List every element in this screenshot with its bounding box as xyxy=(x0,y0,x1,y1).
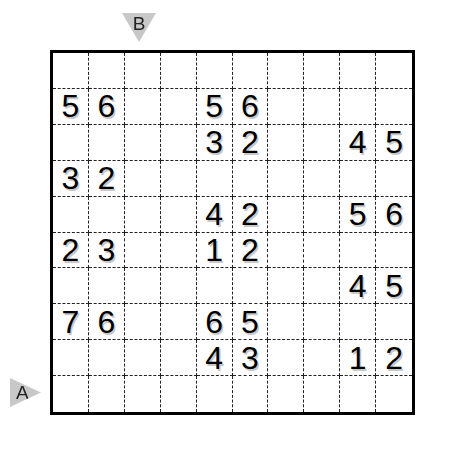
cell-clue: 6 xyxy=(197,304,233,340)
cell-empty[interactable] xyxy=(304,376,340,412)
cell-empty[interactable] xyxy=(161,268,197,304)
cell-empty[interactable] xyxy=(340,304,376,340)
cell-empty[interactable] xyxy=(233,53,269,89)
cell-empty[interactable] xyxy=(268,233,304,269)
cell-empty[interactable] xyxy=(197,161,233,197)
cell-empty[interactable] xyxy=(376,304,412,340)
cell-empty[interactable] xyxy=(125,340,161,376)
cell-empty[interactable] xyxy=(89,340,125,376)
cell-clue: 3 xyxy=(53,161,89,197)
cell-empty[interactable] xyxy=(268,197,304,233)
cell-empty[interactable] xyxy=(304,125,340,161)
cell-clue: 4 xyxy=(340,268,376,304)
cell-empty[interactable] xyxy=(376,376,412,412)
cell-empty[interactable] xyxy=(268,125,304,161)
cell-empty[interactable] xyxy=(376,53,412,89)
cell-clue: 2 xyxy=(89,161,125,197)
cell-empty[interactable] xyxy=(161,340,197,376)
cell-empty[interactable] xyxy=(233,268,269,304)
cell-clue: 4 xyxy=(197,340,233,376)
cell-clue: 2 xyxy=(233,197,269,233)
cell-empty[interactable] xyxy=(304,268,340,304)
cell-clue: 2 xyxy=(233,125,269,161)
cell-clue: 2 xyxy=(233,233,269,269)
marker-b-label: B xyxy=(133,14,146,33)
cell-clue: 3 xyxy=(89,233,125,269)
cell-clue: 3 xyxy=(197,125,233,161)
cell-empty[interactable] xyxy=(161,125,197,161)
cell-empty[interactable] xyxy=(53,125,89,161)
cell-clue: 5 xyxy=(233,304,269,340)
cell-empty[interactable] xyxy=(268,340,304,376)
cell-empty[interactable] xyxy=(125,161,161,197)
cell-empty[interactable] xyxy=(340,53,376,89)
marker-a-label: A xyxy=(16,383,29,402)
cell-empty[interactable] xyxy=(89,125,125,161)
cell-empty[interactable] xyxy=(233,376,269,412)
cell-empty[interactable] xyxy=(89,376,125,412)
cell-empty[interactable] xyxy=(304,89,340,125)
cell-empty[interactable] xyxy=(376,89,412,125)
cell-empty[interactable] xyxy=(125,233,161,269)
cell-clue: 6 xyxy=(233,89,269,125)
cell-empty[interactable] xyxy=(161,161,197,197)
cell-empty[interactable] xyxy=(89,53,125,89)
cell-empty[interactable] xyxy=(125,125,161,161)
cell-empty[interactable] xyxy=(125,376,161,412)
cell-clue: 6 xyxy=(89,89,125,125)
cell-clue: 6 xyxy=(376,197,412,233)
cell-empty[interactable] xyxy=(304,340,340,376)
cell-empty[interactable] xyxy=(304,161,340,197)
cell-empty[interactable] xyxy=(376,161,412,197)
cell-empty[interactable] xyxy=(125,304,161,340)
cell-empty[interactable] xyxy=(340,376,376,412)
cell-empty[interactable] xyxy=(53,340,89,376)
cell-empty[interactable] xyxy=(161,197,197,233)
puzzle-board: 5656324532425623124576654312 xyxy=(50,50,415,415)
cell-clue: 5 xyxy=(53,89,89,125)
cell-empty[interactable] xyxy=(268,268,304,304)
cell-clue: 6 xyxy=(89,304,125,340)
cell-empty[interactable] xyxy=(125,197,161,233)
cell-clue: 5 xyxy=(197,89,233,125)
cell-empty[interactable] xyxy=(125,89,161,125)
marker-a-triangle-icon: A xyxy=(10,378,41,407)
cell-empty[interactable] xyxy=(268,304,304,340)
cell-clue: 3 xyxy=(233,340,269,376)
cell-empty[interactable] xyxy=(53,53,89,89)
cell-empty[interactable] xyxy=(53,197,89,233)
cell-empty[interactable] xyxy=(161,233,197,269)
cell-clue: 5 xyxy=(376,125,412,161)
cell-clue: 2 xyxy=(53,233,89,269)
cell-empty[interactable] xyxy=(268,376,304,412)
cell-clue: 5 xyxy=(376,268,412,304)
cell-clue: 1 xyxy=(340,340,376,376)
cell-empty[interactable] xyxy=(125,268,161,304)
cell-empty[interactable] xyxy=(125,53,161,89)
cell-empty[interactable] xyxy=(197,376,233,412)
cell-clue: 5 xyxy=(340,197,376,233)
cell-clue: 7 xyxy=(53,304,89,340)
cell-empty[interactable] xyxy=(233,161,269,197)
cell-empty[interactable] xyxy=(268,89,304,125)
cell-empty[interactable] xyxy=(197,268,233,304)
cell-clue: 1 xyxy=(197,233,233,269)
cell-empty[interactable] xyxy=(340,161,376,197)
cell-empty[interactable] xyxy=(340,233,376,269)
cell-empty[interactable] xyxy=(376,233,412,269)
cell-empty[interactable] xyxy=(304,197,340,233)
cell-clue: 4 xyxy=(197,197,233,233)
cell-empty[interactable] xyxy=(161,376,197,412)
cell-empty[interactable] xyxy=(340,89,376,125)
cell-clue: 4 xyxy=(340,125,376,161)
cell-empty[interactable] xyxy=(53,268,89,304)
cell-empty[interactable] xyxy=(53,376,89,412)
marker-b-triangle-icon: B xyxy=(122,13,156,42)
cell-empty[interactable] xyxy=(268,161,304,197)
cell-empty[interactable] xyxy=(268,53,304,89)
cell-empty[interactable] xyxy=(304,233,340,269)
cell-empty[interactable] xyxy=(161,53,197,89)
cell-empty[interactable] xyxy=(197,53,233,89)
cell-empty[interactable] xyxy=(161,304,197,340)
cell-empty[interactable] xyxy=(161,89,197,125)
cell-empty[interactable] xyxy=(89,268,125,304)
cell-empty[interactable] xyxy=(304,304,340,340)
cell-empty[interactable] xyxy=(89,197,125,233)
cell-clue: 2 xyxy=(376,340,412,376)
cell-empty[interactable] xyxy=(304,53,340,89)
puzzle-canvas: B A 5656324532425623124576654312 xyxy=(0,0,467,467)
